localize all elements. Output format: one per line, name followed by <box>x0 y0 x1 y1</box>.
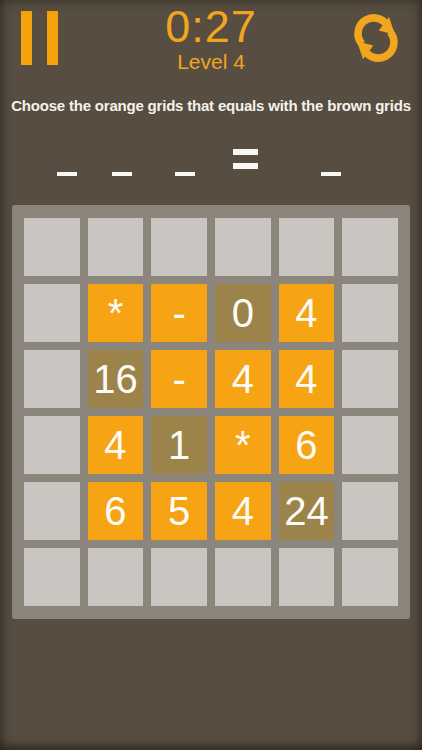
equation-row <box>0 135 422 190</box>
grid-cell-r6c2 <box>88 548 144 606</box>
grid-cell-r2c2[interactable]: * <box>88 284 144 342</box>
grid-cell-r5c5[interactable]: 24 <box>279 482 335 540</box>
grid-cell-r4c3[interactable]: 1 <box>151 416 207 474</box>
grid-cell-r3c6 <box>342 350 398 408</box>
equation-blank-slot-3 <box>175 172 195 176</box>
grid-cell-r5c3[interactable]: 5 <box>151 482 207 540</box>
grid-cell-r2c4[interactable]: 0 <box>215 284 271 342</box>
grid-cell-r3c3[interactable]: - <box>151 350 207 408</box>
grid-cell-r2c6 <box>342 284 398 342</box>
grid-cell-r1c2 <box>88 218 144 276</box>
grid-cell-r5c2[interactable]: 6 <box>88 482 144 540</box>
equation-blank-slot-1 <box>57 172 77 176</box>
restart-button[interactable] <box>350 10 402 66</box>
grid-cell-r6c1 <box>24 548 80 606</box>
refresh-icon <box>350 10 402 66</box>
grid-cell-r4c4[interactable]: * <box>215 416 271 474</box>
grid-cell-r3c1 <box>24 350 80 408</box>
grid-cell-r5c1 <box>24 482 80 540</box>
grid-cell-r6c5 <box>279 548 335 606</box>
instruction-text: Choose the orange grids that equals with… <box>0 97 422 114</box>
header-bar: 0:27 Level 4 <box>0 0 422 80</box>
grid-cell-r6c6 <box>342 548 398 606</box>
equals-icon <box>233 149 258 170</box>
grid-cell-r2c1 <box>24 284 80 342</box>
grid-cell-r6c4 <box>215 548 271 606</box>
grid-cell-r1c3 <box>151 218 207 276</box>
grid-cell-r4c1 <box>24 416 80 474</box>
grid-cell-r3c4[interactable]: 4 <box>215 350 271 408</box>
grid-cell-r1c6 <box>342 218 398 276</box>
grid-cell-r5c4[interactable]: 4 <box>215 482 271 540</box>
puzzle-grid: *-0416-4441*665424 <box>12 205 410 619</box>
grid-cell-r4c2[interactable]: 4 <box>88 416 144 474</box>
equation-result-slot <box>321 172 341 176</box>
grid-cell-r3c5[interactable]: 4 <box>279 350 335 408</box>
grid-cell-r5c6 <box>342 482 398 540</box>
equation-blank-slot-2 <box>112 172 132 176</box>
grid-cell-r2c3[interactable]: - <box>151 284 207 342</box>
grid-cell-r4c6 <box>342 416 398 474</box>
grid-cell-r1c1 <box>24 218 80 276</box>
grid-cell-r2c5[interactable]: 4 <box>279 284 335 342</box>
grid-cell-r1c4 <box>215 218 271 276</box>
grid-cell-r3c2[interactable]: 16 <box>88 350 144 408</box>
grid-cell-r4c5[interactable]: 6 <box>279 416 335 474</box>
grid-cell-r1c5 <box>279 218 335 276</box>
grid-cell-r6c3 <box>151 548 207 606</box>
